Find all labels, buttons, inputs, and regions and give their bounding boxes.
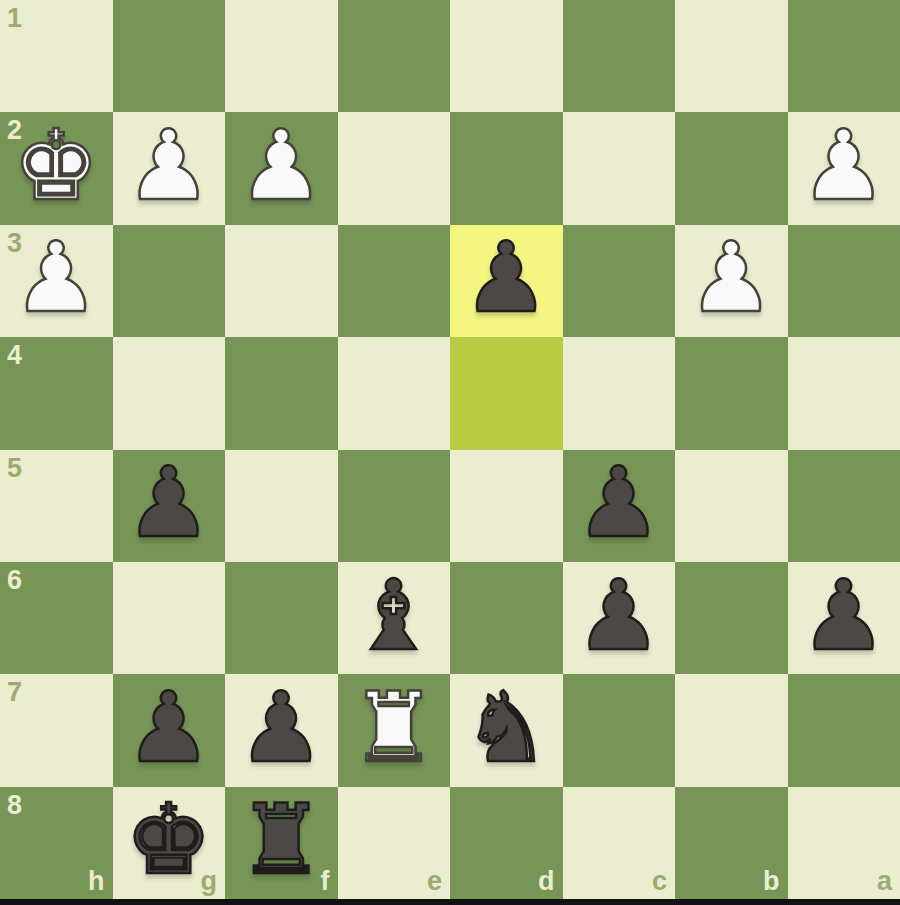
black-pawn[interactable]: ♟ <box>463 229 550 326</box>
file-label-c: c <box>652 868 667 895</box>
square-b2[interactable] <box>675 112 788 224</box>
square-g4[interactable] <box>113 337 226 449</box>
square-g2[interactable]: ♟ <box>113 112 226 224</box>
white-king[interactable]: ♚ <box>13 117 100 214</box>
square-b6[interactable] <box>675 562 788 674</box>
file-label-a: a <box>877 868 892 895</box>
square-e3[interactable] <box>338 225 451 337</box>
bottom-edge-bar <box>0 899 900 905</box>
black-rook[interactable]: ♜ <box>238 791 325 888</box>
square-h3[interactable]: 3♟ <box>0 225 113 337</box>
square-b4[interactable] <box>675 337 788 449</box>
square-h8[interactable]: 8h <box>0 787 113 899</box>
chess-board: 12♚♟♟♟3♟♟♟45♟♟6♝♟♟7♟♟♜♞8hg♚f♜edcba <box>0 0 900 899</box>
square-e2[interactable] <box>338 112 451 224</box>
square-d3[interactable]: ♟ <box>450 225 563 337</box>
square-h4[interactable]: 4 <box>0 337 113 449</box>
square-h5[interactable]: 5 <box>0 450 113 562</box>
square-b7[interactable] <box>675 674 788 786</box>
square-c7[interactable] <box>563 674 676 786</box>
square-g7[interactable]: ♟ <box>113 674 226 786</box>
square-d4[interactable] <box>450 337 563 449</box>
square-h2[interactable]: 2♚ <box>0 112 113 224</box>
square-g5[interactable]: ♟ <box>113 450 226 562</box>
square-d7[interactable]: ♞ <box>450 674 563 786</box>
black-pawn[interactable]: ♟ <box>800 567 887 664</box>
square-a4[interactable] <box>788 337 900 449</box>
black-king[interactable]: ♚ <box>125 791 212 888</box>
black-pawn[interactable]: ♟ <box>238 679 325 776</box>
square-f4[interactable] <box>225 337 338 449</box>
square-b3[interactable]: ♟ <box>675 225 788 337</box>
square-a7[interactable] <box>788 674 900 786</box>
rank-label-5: 5 <box>7 455 22 482</box>
black-pawn[interactable]: ♟ <box>125 454 212 551</box>
square-f6[interactable] <box>225 562 338 674</box>
square-a3[interactable] <box>788 225 900 337</box>
white-rook[interactable]: ♜ <box>350 679 437 776</box>
square-e8[interactable]: e <box>338 787 451 899</box>
rank-label-1: 1 <box>7 5 22 32</box>
square-d1[interactable] <box>450 0 563 112</box>
square-h1[interactable]: 1 <box>0 0 113 112</box>
file-label-e: e <box>427 868 442 895</box>
rank-label-8: 8 <box>7 792 22 819</box>
square-c2[interactable] <box>563 112 676 224</box>
square-a6[interactable]: ♟ <box>788 562 900 674</box>
square-e4[interactable] <box>338 337 451 449</box>
rank-label-4: 4 <box>7 342 22 369</box>
rank-label-6: 6 <box>7 567 22 594</box>
square-f1[interactable] <box>225 0 338 112</box>
square-a5[interactable] <box>788 450 900 562</box>
white-pawn[interactable]: ♟ <box>800 117 887 214</box>
white-pawn[interactable]: ♟ <box>688 229 775 326</box>
file-label-h: h <box>88 868 105 895</box>
square-d6[interactable] <box>450 562 563 674</box>
square-a2[interactable]: ♟ <box>788 112 900 224</box>
square-h7[interactable]: 7 <box>0 674 113 786</box>
square-g8[interactable]: g♚ <box>113 787 226 899</box>
square-b5[interactable] <box>675 450 788 562</box>
black-pawn[interactable]: ♟ <box>575 454 662 551</box>
square-g3[interactable] <box>113 225 226 337</box>
rank-label-7: 7 <box>7 679 22 706</box>
square-c3[interactable] <box>563 225 676 337</box>
square-c1[interactable] <box>563 0 676 112</box>
square-a1[interactable] <box>788 0 900 112</box>
square-a8[interactable]: a <box>788 787 900 899</box>
square-b1[interactable] <box>675 0 788 112</box>
file-label-b: b <box>763 868 780 895</box>
black-pawn[interactable]: ♟ <box>575 567 662 664</box>
square-e7[interactable]: ♜ <box>338 674 451 786</box>
white-pawn[interactable]: ♟ <box>125 117 212 214</box>
square-g1[interactable] <box>113 0 226 112</box>
white-pawn[interactable]: ♟ <box>238 117 325 214</box>
square-d5[interactable] <box>450 450 563 562</box>
black-bishop[interactable]: ♝ <box>350 567 437 664</box>
square-c4[interactable] <box>563 337 676 449</box>
square-e5[interactable] <box>338 450 451 562</box>
square-c5[interactable]: ♟ <box>563 450 676 562</box>
square-e1[interactable] <box>338 0 451 112</box>
file-label-d: d <box>538 868 555 895</box>
black-knight[interactable]: ♞ <box>463 679 550 776</box>
white-pawn[interactable]: ♟ <box>13 229 100 326</box>
square-e6[interactable]: ♝ <box>338 562 451 674</box>
square-f5[interactable] <box>225 450 338 562</box>
square-f2[interactable]: ♟ <box>225 112 338 224</box>
square-h6[interactable]: 6 <box>0 562 113 674</box>
square-b8[interactable]: b <box>675 787 788 899</box>
square-g6[interactable] <box>113 562 226 674</box>
black-pawn[interactable]: ♟ <box>125 679 212 776</box>
square-f3[interactable] <box>225 225 338 337</box>
square-c6[interactable]: ♟ <box>563 562 676 674</box>
square-c8[interactable]: c <box>563 787 676 899</box>
square-d2[interactable] <box>450 112 563 224</box>
square-d8[interactable]: d <box>450 787 563 899</box>
square-f8[interactable]: f♜ <box>225 787 338 899</box>
square-f7[interactable]: ♟ <box>225 674 338 786</box>
